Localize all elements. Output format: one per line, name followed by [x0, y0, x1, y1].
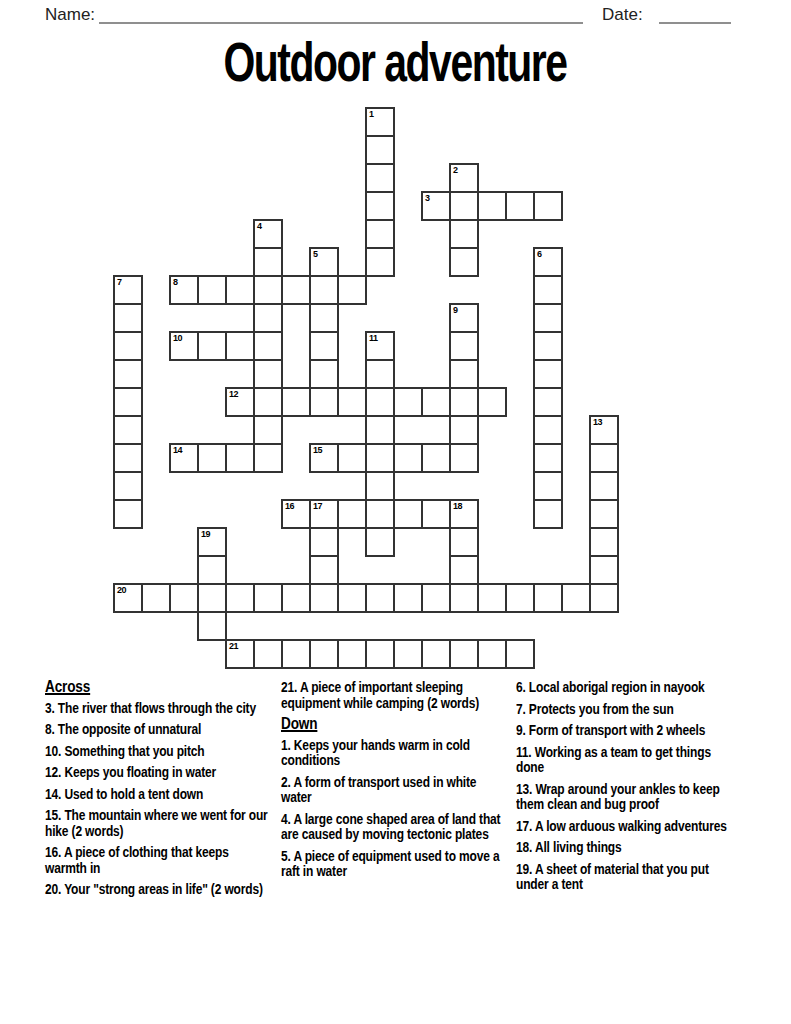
cell-r17c1[interactable] — [141, 583, 171, 613]
cell-r17c7[interactable] — [309, 583, 339, 613]
cell-r14c12[interactable]: 18 — [449, 499, 479, 529]
clue-7: 7. Protects you from the sun — [516, 701, 742, 717]
cell-r19c14[interactable] — [505, 639, 535, 669]
cell-r6c0[interactable]: 7 — [113, 275, 143, 305]
cell-r14c15[interactable] — [533, 499, 563, 529]
cell-r18c3[interactable] — [197, 611, 227, 641]
cell-r17c8[interactable] — [337, 583, 367, 613]
cell-r12c4[interactable] — [225, 443, 255, 473]
date-label: Date: — [602, 5, 643, 25]
cell-r12c5[interactable] — [253, 443, 283, 473]
clue-1: 1. Keeps your hands warm in cold conditi… — [281, 737, 507, 768]
cell-r5c9[interactable] — [365, 247, 395, 277]
cell-r9c12[interactable] — [449, 359, 479, 389]
cell-number-19: 19 — [201, 530, 210, 539]
cell-r7c15[interactable] — [533, 303, 563, 333]
cell-r14c8[interactable] — [337, 499, 367, 529]
cell-r9c5[interactable] — [253, 359, 283, 389]
cell-r17c13[interactable] — [477, 583, 507, 613]
cell-r17c6[interactable] — [281, 583, 311, 613]
cell-r8c15[interactable] — [533, 331, 563, 361]
cell-r9c7[interactable] — [309, 359, 339, 389]
cell-number-11: 11 — [369, 334, 378, 343]
cell-r14c9[interactable] — [365, 499, 395, 529]
clue-12: 12. Keeps you floating in water — [45, 764, 271, 780]
cell-number-14: 14 — [173, 446, 182, 455]
cell-number-10: 10 — [173, 334, 182, 343]
cell-r11c12[interactable] — [449, 415, 479, 445]
cell-r11c9[interactable] — [365, 415, 395, 445]
cell-r14c0[interactable] — [113, 499, 143, 529]
cell-r8c9[interactable]: 11 — [365, 331, 395, 361]
cell-r12c0[interactable] — [113, 443, 143, 473]
cell-r12c11[interactable] — [421, 443, 451, 473]
cell-r5c12[interactable] — [449, 247, 479, 277]
cell-number-3: 3 — [425, 194, 430, 203]
cell-r12c2[interactable]: 14 — [169, 443, 199, 473]
cell-r12c9[interactable] — [365, 443, 395, 473]
cell-r19c11[interactable] — [421, 639, 451, 669]
clue-21: 21. A piece of important sleeping equipm… — [281, 679, 507, 710]
cell-r5c5[interactable] — [253, 247, 283, 277]
cell-r7c0[interactable] — [113, 303, 143, 333]
cell-r16c7[interactable] — [309, 555, 339, 585]
cell-r10c0[interactable] — [113, 387, 143, 417]
cell-r17c15[interactable] — [533, 583, 563, 613]
cell-r10c5[interactable] — [253, 387, 283, 417]
cell-r8c4[interactable] — [225, 331, 255, 361]
cell-r10c6[interactable] — [281, 387, 311, 417]
cell-r3c13[interactable] — [477, 191, 507, 221]
cell-r17c12[interactable] — [449, 583, 479, 613]
cell-r7c7[interactable] — [309, 303, 339, 333]
cell-r14c17[interactable] — [589, 499, 619, 529]
cell-r17c11[interactable] — [421, 583, 451, 613]
cell-r14c11[interactable] — [421, 499, 451, 529]
cell-r3c11[interactable]: 3 — [421, 191, 451, 221]
clue-13: 13. Wrap around your ankles to keep them… — [516, 781, 742, 812]
cell-r19c10[interactable] — [393, 639, 423, 669]
clue-3: 3. The river that flows through the city — [45, 700, 271, 716]
cell-r6c6[interactable] — [281, 275, 311, 305]
cell-number-21: 21 — [229, 642, 238, 651]
cell-r19c12[interactable] — [449, 639, 479, 669]
cell-r13c9[interactable] — [365, 471, 395, 501]
cell-r19c4[interactable]: 21 — [225, 639, 255, 669]
cell-r17c14[interactable] — [505, 583, 535, 613]
title-wrap: Outdoor adventure — [0, 34, 791, 90]
clue-9: 9. Form of transport with 2 wheels — [516, 722, 742, 738]
worksheet-page: Name: Date: Outdoor adventure 1234567891… — [0, 0, 791, 1024]
cell-r11c5[interactable] — [253, 415, 283, 445]
cell-r14c10[interactable] — [393, 499, 423, 529]
cell-r16c12[interactable] — [449, 555, 479, 585]
cell-r12c12[interactable] — [449, 443, 479, 473]
cell-r15c12[interactable] — [449, 527, 479, 557]
clue-column-3: 6. Local aborigal region in nayook7. Pro… — [516, 679, 742, 898]
cell-r16c17[interactable] — [589, 555, 619, 585]
cell-number-13: 13 — [593, 418, 602, 427]
cell-r15c3[interactable]: 19 — [197, 527, 227, 557]
cell-r12c17[interactable] — [589, 443, 619, 473]
cell-r11c0[interactable] — [113, 415, 143, 445]
cell-number-17: 17 — [313, 502, 322, 511]
cell-r15c9[interactable] — [365, 527, 395, 557]
cell-r12c10[interactable] — [393, 443, 423, 473]
clue-14: 14. Used to hold a tent down — [45, 786, 271, 802]
clue-17: 17. A low arduous walking adventures — [516, 818, 742, 834]
date-line[interactable] — [659, 3, 731, 24]
cell-r6c15[interactable] — [533, 275, 563, 305]
cell-number-18: 18 — [453, 502, 462, 511]
cell-r14c6[interactable]: 16 — [281, 499, 311, 529]
cell-r5c7[interactable]: 5 — [309, 247, 339, 277]
cell-r10c9[interactable] — [365, 387, 395, 417]
cell-r3c12[interactable] — [449, 191, 479, 221]
cell-r3c14[interactable] — [505, 191, 535, 221]
cell-r0c9[interactable]: 1 — [365, 107, 395, 137]
cell-r12c8[interactable] — [337, 443, 367, 473]
cell-r17c2[interactable] — [169, 583, 199, 613]
cell-r10c11[interactable] — [421, 387, 451, 417]
cell-number-15: 15 — [313, 446, 322, 455]
cell-r8c12[interactable] — [449, 331, 479, 361]
cell-r10c7[interactable] — [309, 387, 339, 417]
cell-r10c12[interactable] — [449, 387, 479, 417]
cell-r8c7[interactable] — [309, 331, 339, 361]
clue-20: 20. Your "strong areas in life" (2 words… — [45, 881, 271, 897]
cell-r14c7[interactable]: 17 — [309, 499, 339, 529]
cell-r17c16[interactable] — [561, 583, 591, 613]
cell-r13c17[interactable] — [589, 471, 619, 501]
cell-r2c9[interactable] — [365, 163, 395, 193]
clue-11: 11. Working as a team to get things done — [516, 744, 742, 775]
cell-r1c9[interactable] — [365, 135, 395, 165]
cell-r19c6[interactable] — [281, 639, 311, 669]
cell-number-2: 2 — [453, 166, 458, 175]
cell-r17c4[interactable] — [225, 583, 255, 613]
cell-r9c0[interactable] — [113, 359, 143, 389]
cell-r8c0[interactable] — [113, 331, 143, 361]
cell-r12c7[interactable]: 15 — [309, 443, 339, 473]
cell-number-12: 12 — [229, 390, 238, 399]
clue-column-1: Across3. The river that flows through th… — [45, 679, 271, 903]
cell-number-7: 7 — [117, 278, 122, 287]
cell-r6c3[interactable] — [197, 275, 227, 305]
cell-r2c12[interactable]: 2 — [449, 163, 479, 193]
cell-number-5: 5 — [313, 250, 318, 259]
clue-column-2: 21. A piece of important sleeping equipm… — [281, 679, 507, 885]
cell-r9c15[interactable] — [533, 359, 563, 389]
cell-r10c8[interactable] — [337, 387, 367, 417]
cell-r6c5[interactable] — [253, 275, 283, 305]
cell-r7c5[interactable] — [253, 303, 283, 333]
clue-4: 4. A large cone shaped area of land that… — [281, 811, 507, 842]
cell-r19c13[interactable] — [477, 639, 507, 669]
cell-r12c15[interactable] — [533, 443, 563, 473]
cell-r7c12[interactable]: 9 — [449, 303, 479, 333]
cell-r17c17[interactable] — [589, 583, 619, 613]
clue-5: 5. A piece of equipment used to move a r… — [281, 848, 507, 879]
cell-r10c15[interactable] — [533, 387, 563, 417]
clue-10: 10. Something that you pitch — [45, 743, 271, 759]
cell-r6c8[interactable] — [337, 275, 367, 305]
cell-r4c5[interactable]: 4 — [253, 219, 283, 249]
cell-r19c5[interactable] — [253, 639, 283, 669]
cell-r12c3[interactable] — [197, 443, 227, 473]
cell-r10c13[interactable] — [477, 387, 507, 417]
cell-number-6: 6 — [537, 250, 542, 259]
cell-r10c4[interactable]: 12 — [225, 387, 255, 417]
cell-r11c17[interactable]: 13 — [589, 415, 619, 445]
clue-2: 2. A form of transport used in white wat… — [281, 774, 507, 805]
clue-8: 8. The opposite of unnatural — [45, 721, 271, 737]
cell-r17c3[interactable] — [197, 583, 227, 613]
cell-r3c9[interactable] — [365, 191, 395, 221]
cell-number-16: 16 — [285, 502, 294, 511]
cell-r4c9[interactable] — [365, 219, 395, 249]
cell-number-9: 9 — [453, 306, 458, 315]
cell-r17c10[interactable] — [393, 583, 423, 613]
clues-heading-down: Down — [281, 716, 507, 732]
cell-r3c15[interactable] — [533, 191, 563, 221]
cell-r10c10[interactable] — [393, 387, 423, 417]
clue-19: 19. A sheet of material that you put und… — [516, 861, 742, 892]
cell-r6c7[interactable] — [309, 275, 339, 305]
cell-r8c5[interactable] — [253, 331, 283, 361]
clue-16: 16. A piece of clothing that keeps warmt… — [45, 844, 271, 875]
cell-r16c3[interactable] — [197, 555, 227, 585]
cell-r15c17[interactable] — [589, 527, 619, 557]
name-line[interactable] — [99, 3, 583, 24]
cell-number-20: 20 — [117, 586, 126, 595]
clues-heading-across: Across — [45, 679, 271, 695]
clue-15: 15. The mountain where we went for our h… — [45, 807, 271, 838]
name-label: Name: — [45, 5, 95, 25]
cell-r11c15[interactable] — [533, 415, 563, 445]
clue-18: 18. All living things — [516, 839, 742, 855]
cell-r13c15[interactable] — [533, 471, 563, 501]
cell-number-8: 8 — [173, 278, 178, 287]
cell-r8c3[interactable] — [197, 331, 227, 361]
cell-r19c9[interactable] — [365, 639, 395, 669]
cell-r6c4[interactable] — [225, 275, 255, 305]
cell-r8c2[interactable]: 10 — [169, 331, 199, 361]
clue-6: 6. Local aborigal region in nayook — [516, 679, 742, 695]
cell-r9c9[interactable] — [365, 359, 395, 389]
cell-r15c7[interactable] — [309, 527, 339, 557]
page-title: Outdoor adventure — [224, 34, 567, 90]
cell-r17c5[interactable] — [253, 583, 283, 613]
cell-number-1: 1 — [369, 110, 374, 119]
cell-number-4: 4 — [257, 222, 262, 231]
cell-r19c8[interactable] — [337, 639, 367, 669]
cell-r13c0[interactable] — [113, 471, 143, 501]
cell-r5c15[interactable]: 6 — [533, 247, 563, 277]
cell-r17c0[interactable]: 20 — [113, 583, 143, 613]
cell-r19c7[interactable] — [309, 639, 339, 669]
cell-r4c12[interactable] — [449, 219, 479, 249]
cell-r6c2[interactable]: 8 — [169, 275, 199, 305]
cell-r17c9[interactable] — [365, 583, 395, 613]
